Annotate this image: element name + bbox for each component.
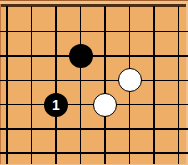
- grid-line-vertical: [153, 6, 155, 165]
- grid-line-horizontal: [0, 31, 188, 33]
- grid-line-vertical: [178, 6, 180, 165]
- board-right-edge: [186, 4, 188, 165]
- grid-line-vertical: [31, 6, 33, 165]
- grid-line-vertical: [55, 6, 57, 165]
- marked-black-stone[interactable]: 1: [44, 93, 68, 117]
- move-number-label: 1: [52, 97, 60, 111]
- board-edge-topline: [0, 0, 188, 1]
- grid-line-horizontal: [0, 80, 188, 82]
- board-top-edge-bar: [0, 4, 188, 7]
- grid-line-horizontal: [0, 152, 188, 154]
- grid-line-horizontal: [0, 55, 188, 57]
- go-diagram: 1: [0, 0, 188, 165]
- board-bottom-edge: [0, 164, 188, 165]
- black-stone[interactable]: [69, 44, 93, 68]
- grid-line-vertical: [104, 6, 106, 165]
- board-left-edge: [0, 4, 1, 165]
- white-stone[interactable]: [118, 68, 142, 92]
- grid-line-vertical: [6, 6, 8, 165]
- grid-line-vertical: [80, 6, 82, 165]
- go-board[interactable]: 1: [0, 0, 188, 165]
- grid-line-horizontal: [0, 128, 188, 130]
- white-stone[interactable]: [93, 93, 117, 117]
